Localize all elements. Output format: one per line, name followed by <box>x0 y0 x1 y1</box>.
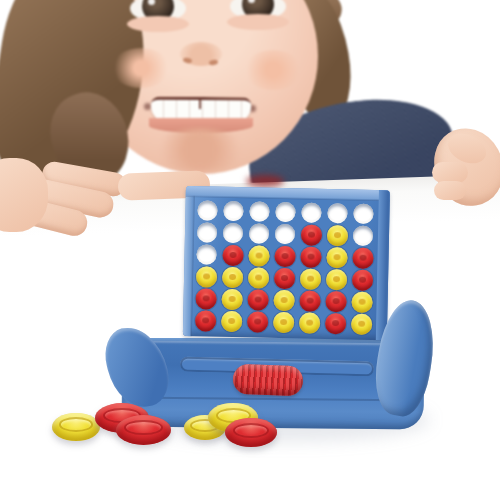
loose-discs <box>0 0 500 500</box>
loose-disc-red <box>116 415 171 445</box>
loose-disc-red <box>225 418 277 447</box>
product-photo <box>0 0 500 500</box>
loose-disc-yellow <box>52 413 100 441</box>
